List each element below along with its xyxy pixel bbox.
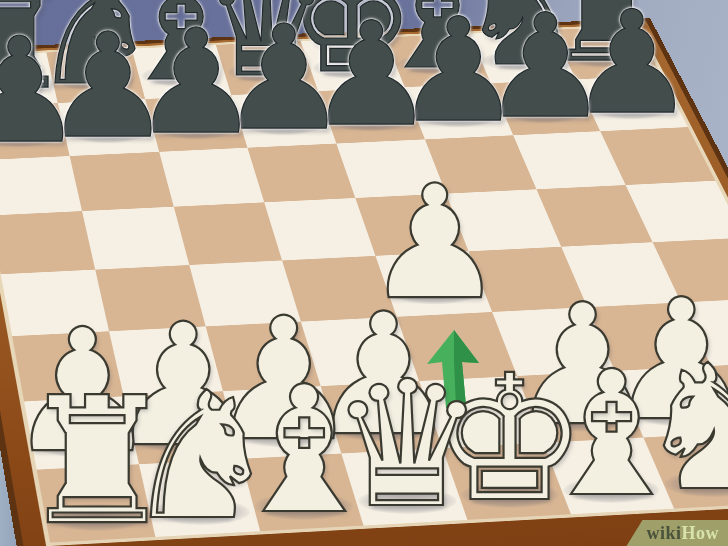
square-a5 (0, 211, 95, 274)
chess-illustration: ♜♞♝♛♚♝♞♜♟♟♟♟♟♟♟♟♟♟♟♟♟♟♟♟♜♞♝♛♚♝♞ wikiHow (0, 0, 728, 546)
square-a4 (1, 270, 109, 336)
square-b1 (139, 459, 260, 537)
square-b5 (82, 207, 189, 270)
square-b3 (109, 326, 223, 396)
square-c8 (131, 45, 231, 99)
chess-board (0, 18, 728, 546)
square-b2 (123, 391, 240, 465)
watermark-wiki-text: wiki (646, 523, 681, 544)
square-a1 (37, 464, 155, 542)
square-c7 (145, 95, 248, 152)
wikihow-watermark: wikiHow (626, 520, 728, 546)
square-c4 (189, 260, 301, 326)
watermark-how-text: How (682, 523, 720, 544)
square-b7 (57, 99, 158, 156)
square-c5 (173, 202, 282, 265)
square-a2 (24, 396, 139, 470)
square-b4 (95, 265, 205, 331)
board-grid (0, 26, 728, 542)
square-b8 (46, 49, 144, 103)
square-a6 (0, 156, 82, 216)
square-a3 (12, 331, 123, 401)
square-b6 (69, 152, 173, 212)
square-c6 (159, 147, 265, 206)
move-arrow (424, 330, 494, 414)
